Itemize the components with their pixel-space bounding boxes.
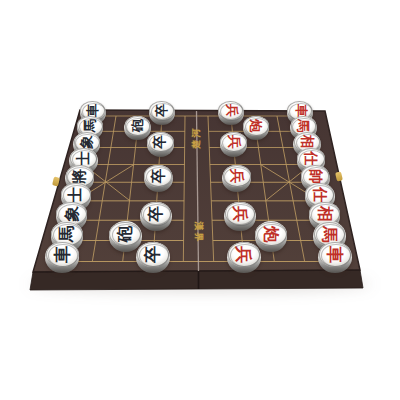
- piece-character: 帥: [308, 169, 323, 184]
- piece-black-cannon[interactable]: 砲: [124, 116, 151, 141]
- piece-face: 卒: [141, 202, 172, 225]
- piece-face: 砲: [125, 116, 151, 136]
- piece-red-soldier[interactable]: 兵: [218, 101, 244, 125]
- piece-character: 卒: [144, 246, 161, 263]
- piece-character: 象: [80, 135, 94, 149]
- piece-red-chariot[interactable]: 車: [318, 242, 352, 274]
- piece-face: 車: [319, 242, 352, 267]
- river-text-han: 漢界: [192, 213, 205, 253]
- piece-face: 卒: [137, 242, 170, 267]
- piece-character: 卒: [156, 104, 169, 117]
- piece-character: 兵: [229, 169, 244, 184]
- piece-character: 馬: [321, 226, 337, 242]
- piece-black-chariot[interactable]: 車: [45, 242, 79, 274]
- scene: 楚河 漢界 車卒兵車馬砲炮馬象卒兵相士仕將卒兵帥士仕象卒兵相馬砲炮馬車卒兵車: [0, 0, 400, 400]
- piece-character: 車: [54, 246, 71, 263]
- pieces-layer: 車卒兵車馬砲炮馬象卒兵相士仕將卒兵帥士仕象卒兵相馬砲炮馬車卒兵車: [0, 0, 400, 400]
- piece-character: 兵: [225, 104, 238, 117]
- piece-character: 兵: [232, 206, 248, 222]
- piece-character: 卒: [148, 206, 164, 222]
- piece-character: 馬: [297, 119, 310, 132]
- piece-character: 砲: [131, 119, 144, 132]
- piece-character: 卒: [153, 135, 167, 149]
- piece-face: 卒: [149, 101, 174, 120]
- piece-red-soldier[interactable]: 兵: [224, 202, 256, 231]
- piece-character: 炮: [249, 119, 262, 132]
- piece-character: 將: [72, 169, 87, 184]
- piece-face: 兵: [228, 242, 261, 267]
- piece-face: 炮: [243, 116, 269, 136]
- piece-face: 兵: [218, 101, 243, 120]
- piece-black-soldier[interactable]: 卒: [144, 165, 173, 192]
- piece-face: 兵: [223, 165, 251, 186]
- piece-character: 兵: [227, 135, 241, 149]
- piece-red-soldier[interactable]: 兵: [227, 242, 261, 274]
- piece-face: 砲: [109, 222, 141, 246]
- piece-character: 仕: [304, 151, 318, 165]
- piece-face: 兵: [225, 202, 256, 225]
- piece-character: 砲: [117, 226, 133, 242]
- piece-character: 兵: [235, 246, 252, 263]
- piece-black-cannon[interactable]: 砲: [109, 221, 142, 251]
- piece-character: 士: [68, 187, 83, 202]
- piece-character: 馬: [83, 119, 96, 132]
- piece-red-cannon[interactable]: 炮: [243, 116, 270, 141]
- piece-black-soldier[interactable]: 卒: [149, 101, 175, 125]
- piece-red-soldier[interactable]: 兵: [222, 165, 251, 192]
- piece-face: 車: [46, 242, 79, 267]
- piece-face: 炮: [255, 222, 287, 246]
- piece-character: 炮: [263, 226, 279, 242]
- piece-character: 相: [300, 135, 314, 149]
- piece-face: 卒: [144, 165, 172, 186]
- piece-black-soldier[interactable]: 卒: [136, 242, 170, 274]
- piece-character: 士: [76, 151, 90, 165]
- piece-character: 象: [64, 206, 80, 222]
- piece-black-soldier[interactable]: 卒: [147, 132, 174, 158]
- piece-face: 卒: [147, 132, 174, 152]
- piece-character: 馬: [59, 226, 75, 242]
- piece-character: 卒: [151, 169, 166, 184]
- piece-red-soldier[interactable]: 兵: [220, 132, 247, 158]
- piece-black-soldier[interactable]: 卒: [140, 202, 172, 231]
- piece-face: 兵: [220, 132, 247, 152]
- piece-character: 仕: [312, 187, 327, 202]
- piece-character: 車: [326, 246, 343, 263]
- river-text-chu: 楚河: [190, 118, 203, 158]
- piece-character: 相: [317, 206, 333, 222]
- piece-red-cannon[interactable]: 炮: [255, 221, 288, 251]
